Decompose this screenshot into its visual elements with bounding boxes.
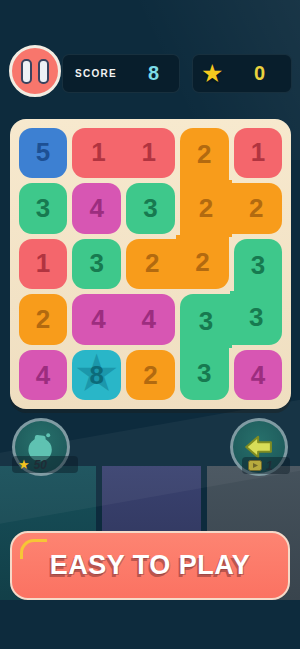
score-panel: SCORE 8 <box>62 54 180 93</box>
tile-3-r5c4[interactable]: 3 <box>180 346 229 400</box>
ad-video-icon <box>248 460 262 471</box>
puzzle-board: 511213432213223244334★8234 <box>10 119 291 409</box>
tile-value: 1 <box>36 248 50 279</box>
tile-value: 2 <box>143 360 157 391</box>
tile-2-r5c3[interactable]: 2 <box>126 350 175 401</box>
tile-2-r2c5[interactable]: 2 <box>230 183 282 234</box>
game-screen: SCORE 8 ★ 0 511213432213223244334★8234 ★… <box>0 0 300 649</box>
cell-r2c4: 2 <box>177 181 231 237</box>
score-value: 8 <box>148 62 159 85</box>
tile-1-r1c2[interactable]: 1 <box>72 128 124 179</box>
tile-value: 2 <box>195 247 209 278</box>
cell-r1c1: 5 <box>16 125 70 181</box>
bomb-cost: 50 <box>34 458 47 472</box>
tile-2-r2c4[interactable]: 2 <box>180 180 232 238</box>
tile-value: 3 <box>36 193 50 224</box>
tile-value: 1 <box>142 137 156 168</box>
cell-r4c5: 3 <box>231 292 285 348</box>
cell-r3c2: 3 <box>70 236 124 292</box>
tile-value: 1 <box>91 137 105 168</box>
tile-3-r2c1[interactable]: 3 <box>19 183 68 234</box>
undo-count: 1 <box>266 459 273 473</box>
tile-1-r3c1[interactable]: 1 <box>19 239 68 290</box>
cell-r4c1: 2 <box>16 292 70 348</box>
tile-value: 4 <box>89 193 103 224</box>
tile-5-r1c1[interactable]: 5 <box>19 128 68 179</box>
tile-1-r1c5[interactable]: 1 <box>234 128 283 179</box>
cell-r5c3: 2 <box>124 347 178 403</box>
tile-4-r4c2[interactable]: 4 <box>72 294 124 345</box>
tile-4-r2c2[interactable]: 4 <box>72 183 121 234</box>
cell-r5c1: 4 <box>16 347 70 403</box>
cell-r1c4: 2 <box>177 125 231 181</box>
tile-1-r1c3[interactable]: 1 <box>123 128 175 179</box>
tile-value: 1 <box>251 137 265 168</box>
cell-r4c4: 3 <box>177 292 231 348</box>
tile-value: 4 <box>36 360 50 391</box>
tile-3-r3c5[interactable]: 3 <box>234 239 283 293</box>
tile-value: 3 <box>197 358 211 389</box>
tile-3-r2c3[interactable]: 3 <box>126 183 175 234</box>
cell-r4c2: 4 <box>70 292 124 348</box>
tile-3-r4c4[interactable]: 3 <box>180 294 232 348</box>
tile-value: 8 <box>89 360 103 391</box>
easy-to-play-banner[interactable]: EASY TO PLAY <box>10 531 290 600</box>
tile-value: 4 <box>91 304 105 335</box>
cell-r1c3: 1 <box>124 125 178 181</box>
tile-2-r3c4[interactable]: 2 <box>176 235 228 289</box>
stars-panel: ★ 0 <box>192 54 292 93</box>
cell-r3c3: 2 <box>124 236 178 292</box>
tile-value: 5 <box>36 137 50 168</box>
tile-2-r3c3[interactable]: 2 <box>126 239 178 290</box>
cell-r1c2: 1 <box>70 125 124 181</box>
cell-r5c4: 3 <box>177 347 231 403</box>
tile-8-r5c2[interactable]: ★8 <box>72 350 121 401</box>
tile-value: 2 <box>199 193 213 224</box>
cell-r2c3: 3 <box>124 181 178 237</box>
cell-r3c1: 1 <box>16 236 70 292</box>
pause-button[interactable] <box>9 45 61 97</box>
banner-corner-accent <box>20 539 47 559</box>
pause-icon <box>21 59 32 84</box>
tile-value: 2 <box>197 139 211 170</box>
cell-r4c3: 4 <box>124 292 178 348</box>
tile-value: 2 <box>145 248 159 279</box>
banner-label: EASY TO PLAY <box>50 550 251 581</box>
tile-value: 3 <box>251 250 265 281</box>
tile-3-r4c5[interactable]: 3 <box>230 291 282 345</box>
star-icon: ★ <box>201 61 223 86</box>
stars-value: 0 <box>254 62 265 85</box>
tile-value: 4 <box>251 360 265 391</box>
bomb-cost-badge: ★ 50 <box>12 456 78 473</box>
tile-value: 3 <box>199 306 213 337</box>
tile-value: 3 <box>249 302 263 333</box>
cell-r3c5: 3 <box>231 236 285 292</box>
tile-value: 3 <box>143 193 157 224</box>
tile-value: 2 <box>249 193 263 224</box>
pause-icon <box>38 59 49 84</box>
cell-r2c2: 4 <box>70 181 124 237</box>
tile-4-r5c1[interactable]: 4 <box>19 350 68 401</box>
board-grid: 511213432213223244334★8234 <box>16 125 285 403</box>
tile-4-r4c3[interactable]: 4 <box>123 294 175 345</box>
cell-r2c1: 3 <box>16 181 70 237</box>
cell-r1c5: 1 <box>231 125 285 181</box>
tile-3-r3c2[interactable]: 3 <box>72 239 121 290</box>
tile-value: 2 <box>36 304 50 335</box>
tile-value: 4 <box>142 304 156 335</box>
cell-r5c2: ★8 <box>70 347 124 403</box>
tile-2-r1c4[interactable]: 2 <box>180 128 229 182</box>
tile-value: 3 <box>89 248 103 279</box>
undo-count-badge: 1 <box>242 457 290 474</box>
cell-r5c5: 4 <box>231 347 285 403</box>
tile-2-r4c1[interactable]: 2 <box>19 294 68 345</box>
score-label: SCORE <box>75 68 117 79</box>
tile-4-r5c5[interactable]: 4 <box>234 350 283 401</box>
cell-r2c5: 2 <box>231 181 285 237</box>
cell-r3c4: 2 <box>177 236 231 292</box>
star-icon: ★ <box>18 458 30 471</box>
